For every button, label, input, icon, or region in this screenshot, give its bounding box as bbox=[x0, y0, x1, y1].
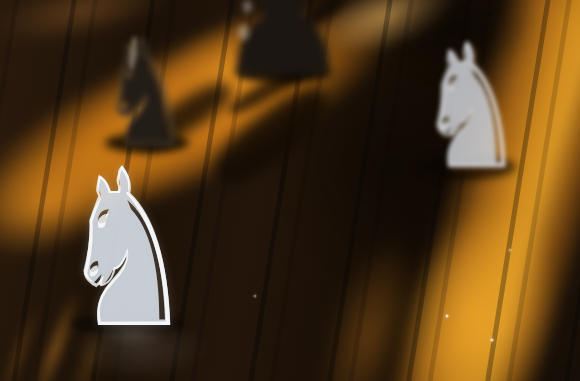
pawn-highlight-upper bbox=[243, 0, 252, 13]
dust-speck bbox=[254, 295, 257, 298]
shadow-pawn-cast bbox=[226, 57, 317, 119]
light-streak-upper-left-pool bbox=[0, 0, 419, 275]
chess-photo: ♟ ♞ ♘ ♞ ♘ ♞ ♘ bbox=[0, 0, 580, 381]
pawn-glyph: ♟ bbox=[207, 0, 360, 101]
light-streak-bottom-left-1 bbox=[23, 285, 86, 381]
reflection-foreground-knight bbox=[70, 318, 210, 380]
dust-speck bbox=[491, 339, 494, 342]
light-streak-bottom-left-3 bbox=[61, 315, 116, 381]
shadow-spike-top-center bbox=[275, 0, 349, 50]
knight-rim-light: ♘ bbox=[95, 20, 196, 169]
contact-shadow-black-knight bbox=[105, 133, 190, 153]
light-streak-bottom-left-2 bbox=[0, 302, 44, 381]
contact-shadow-foreground-knight bbox=[71, 314, 186, 334]
contact-shadow-pawn bbox=[236, 61, 331, 83]
vignette bbox=[0, 0, 580, 381]
shadow-top-right-region bbox=[367, 0, 537, 76]
light-streak-pool-left-edge bbox=[0, 120, 148, 280]
shadow-center-right-region bbox=[287, 50, 497, 280]
light-patch-top-left bbox=[0, 0, 176, 56]
light-streak-right-band-core bbox=[373, 186, 580, 381]
white-knight-right: ♞ ♘ bbox=[396, 43, 546, 193]
light-patch-top-center bbox=[312, 0, 465, 68]
wood-grain bbox=[0, 0, 580, 381]
pawn-highlight-lower bbox=[238, 25, 249, 40]
knight-edge-highlight: ♘ bbox=[51, 141, 203, 360]
shadow-black-knight-cast bbox=[133, 75, 237, 157]
light-streak-pool-bright-core bbox=[131, 0, 349, 161]
contact-shadow-right-knight bbox=[421, 155, 516, 179]
reflection-foreground-knight-bright bbox=[97, 321, 167, 347]
shadow-wedge-center bbox=[204, 77, 337, 195]
light-streak-bottom-center-faint bbox=[299, 223, 437, 381]
black-pawn-top: ♟ bbox=[198, 0, 368, 101]
light-streak-right-band bbox=[371, 0, 580, 381]
white-knight-foreground: ♞ ♘ bbox=[32, 169, 222, 359]
knight-glyph: ♞ bbox=[411, 21, 531, 194]
knight-glyph: ♞ bbox=[95, 20, 196, 169]
dust-speck bbox=[446, 315, 449, 318]
knight-edge-highlight: ♘ bbox=[411, 21, 531, 194]
knight-glyph: ♞ bbox=[51, 141, 203, 360]
black-knight-mane-highlight bbox=[127, 36, 139, 71]
dust-speck bbox=[509, 249, 512, 252]
black-knight-left: ♞ ♘ bbox=[78, 33, 213, 168]
